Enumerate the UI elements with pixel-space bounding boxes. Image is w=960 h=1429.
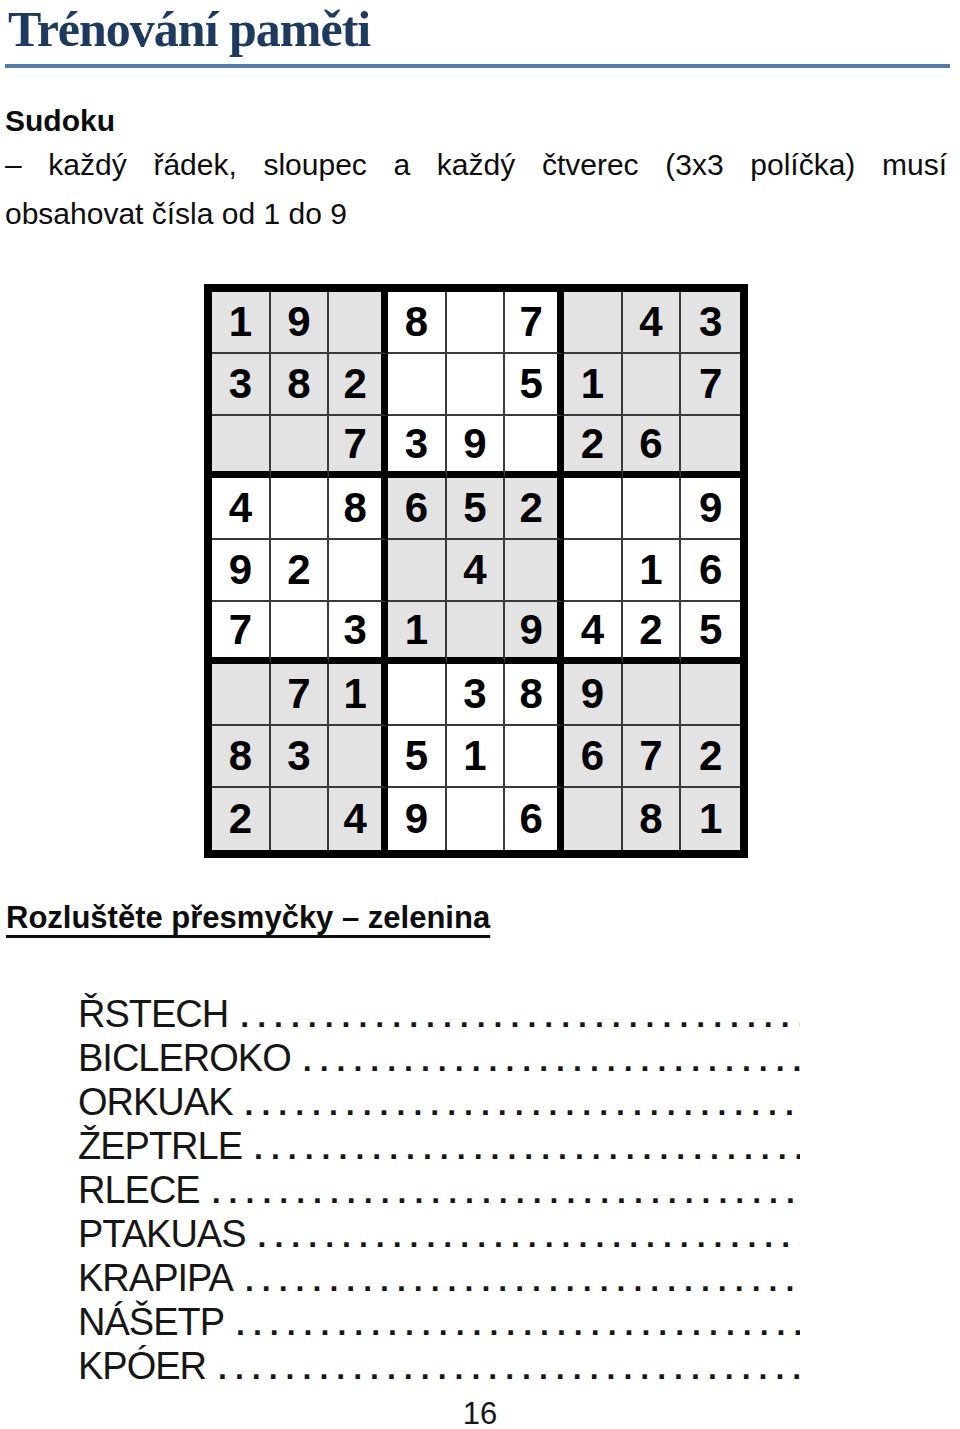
anagram-row-6: PTAKUAS.................................… <box>78 1212 800 1256</box>
sudoku-cell-r3c5: 9 <box>447 416 506 478</box>
sudoku-cell-r4c7 <box>564 478 623 540</box>
answer-dotted-line: ........................................… <box>236 1302 800 1346</box>
sudoku-cell-r7c5: 3 <box>447 664 506 726</box>
sudoku-cell-r4c6: 2 <box>505 478 564 540</box>
sudoku-cell-r5c6 <box>505 540 564 602</box>
sudoku-cell-r3c9 <box>681 416 740 478</box>
sudoku-cell-r3c1 <box>212 416 271 478</box>
answer-dotted-line: ........................................… <box>254 1126 800 1170</box>
sudoku-cell-r1c4: 8 <box>388 292 447 354</box>
sudoku-cell-r7c7: 9 <box>564 664 623 726</box>
sudoku-cell-r7c4 <box>388 664 447 726</box>
sudoku-cell-r5c1: 9 <box>212 540 271 602</box>
sudoku-cell-r7c8 <box>623 664 682 726</box>
sudoku-cell-r8c6 <box>505 726 564 788</box>
sudoku-cell-r1c6: 7 <box>505 292 564 354</box>
anagram-word: ŽEPTRLE <box>78 1124 242 1168</box>
sudoku-cell-r3c8: 6 <box>623 416 682 478</box>
sudoku-cell-r8c9: 2 <box>681 726 740 788</box>
sudoku-cell-r1c9: 3 <box>681 292 740 354</box>
sudoku-cell-r1c2: 9 <box>271 292 330 354</box>
sudoku-cell-r6c5 <box>447 602 506 664</box>
sudoku-cell-r9c9: 1 <box>681 788 740 850</box>
sudoku-cell-r2c1: 3 <box>212 354 271 416</box>
sudoku-cell-r7c2: 7 <box>271 664 330 726</box>
sudoku-cell-r2c5 <box>447 354 506 416</box>
sudoku-cell-r9c5 <box>447 788 506 850</box>
page-title: Trénování paměti <box>8 0 370 58</box>
answer-dotted-line: ........................................… <box>218 1346 800 1390</box>
anagram-word: KPÓER <box>78 1344 206 1388</box>
sudoku-cell-r4c5: 5 <box>447 478 506 540</box>
sudoku-cell-r8c2: 3 <box>271 726 330 788</box>
sudoku-cell-r2c6: 5 <box>505 354 564 416</box>
sudoku-cell-r6c9: 5 <box>681 602 740 664</box>
sudoku-cell-r9c7 <box>564 788 623 850</box>
sudoku-cell-r4c1: 4 <box>212 478 271 540</box>
sudoku-cell-r3c3: 7 <box>329 416 388 478</box>
sudoku-cell-r2c9: 7 <box>681 354 740 416</box>
anagram-word: ŘSTECH <box>78 992 228 1036</box>
sudoku-cell-r8c5: 1 <box>447 726 506 788</box>
sudoku-cell-r2c3: 2 <box>329 354 388 416</box>
sudoku-cell-r4c8 <box>623 478 682 540</box>
sudoku-cell-r9c4: 9 <box>388 788 447 850</box>
sudoku-cell-r7c1 <box>212 664 271 726</box>
answer-dotted-line: ........................................… <box>245 1258 800 1302</box>
answer-dotted-line: ........................................… <box>258 1214 800 1258</box>
sudoku-cell-r1c5 <box>447 292 506 354</box>
sudoku-cell-r3c7: 2 <box>564 416 623 478</box>
sudoku-cell-r3c6 <box>505 416 564 478</box>
sudoku-cell-r9c6: 6 <box>505 788 564 850</box>
anagram-section-heading: Rozluštěte přesmyčky – zelenina <box>6 900 490 936</box>
sudoku-cell-r9c2 <box>271 788 330 850</box>
sudoku-cell-r4c2 <box>271 478 330 540</box>
sudoku-cell-r4c9: 9 <box>681 478 740 540</box>
sudoku-cell-r5c7 <box>564 540 623 602</box>
sudoku-cell-r8c4: 5 <box>388 726 447 788</box>
sudoku-cell-r2c2: 8 <box>271 354 330 416</box>
answer-dotted-line: ........................................… <box>240 994 800 1038</box>
anagram-list: ŘSTECH..................................… <box>78 992 800 1388</box>
sudoku-cell-r9c1: 2 <box>212 788 271 850</box>
sudoku-cell-r5c5: 4 <box>447 540 506 602</box>
anagram-row-3: ORKUAK..................................… <box>78 1080 800 1124</box>
anagram-row-8: NÁŠETP..................................… <box>78 1300 800 1344</box>
anagram-row-2: BICLEROKO...............................… <box>78 1036 800 1080</box>
title-underline-rule <box>5 64 950 68</box>
sudoku-cell-r1c7 <box>564 292 623 354</box>
anagram-word: PTAKUAS <box>78 1212 246 1256</box>
sudoku-cell-r2c4 <box>388 354 447 416</box>
anagram-row-4: ŽEPTRLE.................................… <box>78 1124 800 1168</box>
anagram-word: KRAPIPA <box>78 1256 233 1300</box>
sudoku-instruction-line2: obsahovat čísla od 1 do 9 <box>5 197 947 231</box>
sudoku-cell-r7c9 <box>681 664 740 726</box>
sudoku-cell-r5c9: 6 <box>681 540 740 602</box>
answer-dotted-line: ........................................… <box>244 1082 800 1126</box>
sudoku-cell-r2c7: 1 <box>564 354 623 416</box>
sudoku-cell-r1c1: 1 <box>212 292 271 354</box>
sudoku-cell-r9c8: 8 <box>623 788 682 850</box>
sudoku-cell-r8c7: 6 <box>564 726 623 788</box>
sudoku-cell-r8c8: 7 <box>623 726 682 788</box>
anagram-word: ORKUAK <box>78 1080 232 1124</box>
answer-dotted-line: ........................................… <box>303 1038 800 1082</box>
sudoku-section-heading: Sudoku <box>5 104 115 138</box>
sudoku-cell-r5c3 <box>329 540 388 602</box>
anagram-word: RLECE <box>78 1168 200 1212</box>
sudoku-cell-r6c7: 4 <box>564 602 623 664</box>
sudoku-cell-r2c8 <box>623 354 682 416</box>
anagram-row-1: ŘSTECH..................................… <box>78 992 800 1036</box>
sudoku-cell-r1c8: 4 <box>623 292 682 354</box>
anagram-word: BICLEROKO <box>78 1036 291 1080</box>
sudoku-cell-r4c4: 6 <box>388 478 447 540</box>
anagram-word: NÁŠETP <box>78 1300 224 1344</box>
sudoku-cell-r6c4: 1 <box>388 602 447 664</box>
sudoku-cell-r6c8: 2 <box>623 602 682 664</box>
sudoku-cell-r8c1: 8 <box>212 726 271 788</box>
anagram-row-9: KPÓER...................................… <box>78 1344 800 1388</box>
anagram-row-7: KRAPIPA.................................… <box>78 1256 800 1300</box>
anagram-row-5: RLECE...................................… <box>78 1168 800 1212</box>
sudoku-cell-r6c6: 9 <box>505 602 564 664</box>
sudoku-cell-r5c4 <box>388 540 447 602</box>
sudoku-cell-r6c3: 3 <box>329 602 388 664</box>
sudoku-cell-r8c3 <box>329 726 388 788</box>
sudoku-cell-r4c3: 8 <box>329 478 388 540</box>
sudoku-cell-r7c3: 1 <box>329 664 388 726</box>
sudoku-cell-r3c4: 3 <box>388 416 447 478</box>
page-number: 16 <box>0 1396 960 1429</box>
answer-dotted-line: ........................................… <box>212 1170 800 1214</box>
sudoku-cell-r5c8: 1 <box>623 540 682 602</box>
sudoku-cell-r5c2: 2 <box>271 540 330 602</box>
sudoku-cell-r9c3: 4 <box>329 788 388 850</box>
sudoku-cell-r3c2 <box>271 416 330 478</box>
sudoku-cell-r6c1: 7 <box>212 602 271 664</box>
sudoku-instruction-line1: – každý řádek, sloupec a každý čtverec (… <box>5 148 947 182</box>
sudoku-cell-r1c3 <box>329 292 388 354</box>
sudoku-grid: 1987433825177392648652992416731942571389… <box>204 284 748 858</box>
sudoku-cell-r7c6: 8 <box>505 664 564 726</box>
sudoku-cell-r6c2 <box>271 602 330 664</box>
